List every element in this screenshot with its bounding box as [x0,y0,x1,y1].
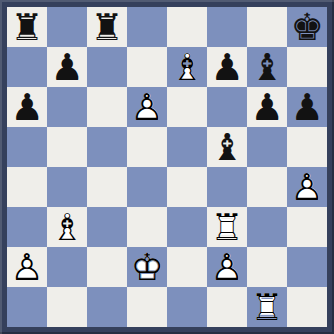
square-b4[interactable] [47,167,87,207]
square-g1[interactable]: ♜♖ [247,287,287,327]
square-e5[interactable] [167,127,207,167]
white-rook-outline: ♖ [207,207,247,248]
white-pawn-glyph: ♟ [127,87,167,128]
white-pawn-outline: ♙ [207,247,247,288]
board-frame: ♜♜♚♟♝♗♟♝♟♟♙♟♟♝♟♙♝♗♜♖♟♙♚♔♟♙♜♖ [0,0,334,334]
square-f1[interactable] [207,287,247,327]
square-f4[interactable] [207,167,247,207]
square-a8[interactable]: ♜ [7,7,47,47]
square-a7[interactable] [7,47,47,87]
square-h2[interactable] [287,247,327,287]
white-pawn-glyph: ♟ [7,247,47,288]
piece-white-bishop[interactable]: ♝♗ [167,47,207,87]
piece-black-pawn[interactable]: ♟ [207,47,247,87]
square-f5[interactable]: ♝ [207,127,247,167]
piece-black-pawn[interactable]: ♟ [247,87,287,127]
white-pawn-outline: ♙ [287,167,327,208]
white-king-outline: ♔ [127,247,167,288]
white-rook-glyph: ♜ [247,287,287,328]
square-h3[interactable] [287,207,327,247]
square-g7[interactable]: ♝ [247,47,287,87]
square-g4[interactable] [247,167,287,207]
piece-white-rook[interactable]: ♜♖ [247,287,287,327]
square-d3[interactable] [127,207,167,247]
square-e7[interactable]: ♝♗ [167,47,207,87]
square-a3[interactable] [7,207,47,247]
square-h6[interactable]: ♟ [287,87,327,127]
black-king-glyph: ♚ [287,7,327,48]
square-b5[interactable] [47,127,87,167]
chess-board: ♜♜♚♟♝♗♟♝♟♟♙♟♟♝♟♙♝♗♜♖♟♙♚♔♟♙♜♖ [7,7,327,327]
square-a6[interactable]: ♟ [7,87,47,127]
black-pawn-glyph: ♟ [287,87,327,128]
black-bishop-glyph: ♝ [247,47,287,88]
white-rook-outline: ♖ [247,287,287,328]
square-f7[interactable]: ♟ [207,47,247,87]
black-pawn-glyph: ♟ [7,87,47,128]
square-f8[interactable] [207,7,247,47]
black-pawn-glyph: ♟ [247,87,287,128]
square-c4[interactable] [87,167,127,207]
piece-black-bishop[interactable]: ♝ [207,127,247,167]
square-d5[interactable] [127,127,167,167]
square-b7[interactable]: ♟ [47,47,87,87]
square-b8[interactable] [47,7,87,47]
black-rook-glyph: ♜ [87,7,127,48]
square-e2[interactable] [167,247,207,287]
square-b6[interactable] [47,87,87,127]
square-d4[interactable] [127,167,167,207]
piece-black-rook[interactable]: ♜ [87,7,127,47]
square-a2[interactable]: ♟♙ [7,247,47,287]
black-pawn-glyph: ♟ [47,47,87,88]
white-pawn-glyph: ♟ [207,247,247,288]
square-g8[interactable] [247,7,287,47]
square-a5[interactable] [7,127,47,167]
white-king-glyph: ♚ [127,247,167,288]
square-f3[interactable]: ♜♖ [207,207,247,247]
black-pawn-glyph: ♟ [207,47,247,88]
piece-black-rook[interactable]: ♜ [7,7,47,47]
square-e3[interactable] [167,207,207,247]
square-e8[interactable] [167,7,207,47]
square-d6[interactable]: ♟♙ [127,87,167,127]
white-bishop-glyph: ♝ [167,47,207,88]
piece-white-pawn[interactable]: ♟♙ [127,87,167,127]
square-b2[interactable] [47,247,87,287]
square-h4[interactable]: ♟♙ [287,167,327,207]
white-pawn-outline: ♙ [127,87,167,128]
piece-white-bishop[interactable]: ♝♗ [47,207,87,247]
square-d1[interactable] [127,287,167,327]
square-a1[interactable] [7,287,47,327]
square-e6[interactable] [167,87,207,127]
square-c2[interactable] [87,247,127,287]
piece-black-pawn[interactable]: ♟ [287,87,327,127]
square-d8[interactable] [127,7,167,47]
piece-black-pawn[interactable]: ♟ [47,47,87,87]
square-a4[interactable] [7,167,47,207]
square-f6[interactable] [207,87,247,127]
square-e4[interactable] [167,167,207,207]
square-d7[interactable] [127,47,167,87]
square-d2[interactable]: ♚♔ [127,247,167,287]
piece-black-bishop[interactable]: ♝ [247,47,287,87]
square-f2[interactable]: ♟♙ [207,247,247,287]
square-b3[interactable]: ♝♗ [47,207,87,247]
square-g5[interactable] [247,127,287,167]
piece-white-pawn[interactable]: ♟♙ [207,247,247,287]
square-c6[interactable] [87,87,127,127]
piece-white-pawn[interactable]: ♟♙ [287,167,327,207]
square-h8[interactable]: ♚ [287,7,327,47]
square-b1[interactable] [47,287,87,327]
square-h5[interactable] [287,127,327,167]
piece-white-rook[interactable]: ♜♖ [207,207,247,247]
square-h1[interactable] [287,287,327,327]
piece-white-king[interactable]: ♚♔ [127,247,167,287]
square-c8[interactable]: ♜ [87,7,127,47]
white-rook-glyph: ♜ [207,207,247,248]
white-bishop-outline: ♗ [47,207,87,248]
white-pawn-outline: ♙ [7,247,47,288]
white-pawn-glyph: ♟ [287,167,327,208]
white-bishop-outline: ♗ [167,47,207,88]
square-h7[interactable] [287,47,327,87]
white-bishop-glyph: ♝ [47,207,87,248]
square-c7[interactable] [87,47,127,87]
black-bishop-glyph: ♝ [207,127,247,168]
square-c5[interactable] [87,127,127,167]
piece-black-pawn[interactable]: ♟ [7,87,47,127]
square-c3[interactable] [87,207,127,247]
piece-white-pawn[interactable]: ♟♙ [7,247,47,287]
square-g2[interactable] [247,247,287,287]
square-g3[interactable] [247,207,287,247]
square-e1[interactable] [167,287,207,327]
square-g6[interactable]: ♟ [247,87,287,127]
square-c1[interactable] [87,287,127,327]
piece-black-king[interactable]: ♚ [287,7,327,47]
black-rook-glyph: ♜ [7,7,47,48]
